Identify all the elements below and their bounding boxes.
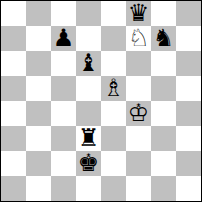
square-a5[interactable] (1, 76, 26, 101)
black-queen-piece: ♛ (128, 1, 150, 25)
square-g3[interactable] (151, 126, 176, 151)
square-c1[interactable] (51, 176, 76, 201)
square-c2[interactable] (51, 151, 76, 176)
square-e8[interactable] (101, 1, 126, 26)
square-f4[interactable]: ♔ (126, 101, 151, 126)
square-d7[interactable] (76, 26, 101, 51)
square-c3[interactable] (51, 126, 76, 151)
square-a1[interactable] (1, 176, 26, 201)
square-g4[interactable] (151, 101, 176, 126)
square-e6[interactable] (101, 51, 126, 76)
square-f8[interactable]: ♛ (126, 1, 151, 26)
square-h8[interactable] (176, 1, 201, 26)
square-e4[interactable] (101, 101, 126, 126)
chess-diagram: ♛♟♘♞♝♗♔♜♚ (0, 0, 202, 202)
square-h1[interactable] (176, 176, 201, 201)
square-e2[interactable] (101, 151, 126, 176)
square-e5[interactable]: ♗ (101, 76, 126, 101)
white-bishop-piece: ♗ (103, 76, 125, 100)
square-b2[interactable] (26, 151, 51, 176)
square-a4[interactable] (1, 101, 26, 126)
square-h3[interactable] (176, 126, 201, 151)
square-h6[interactable] (176, 51, 201, 76)
square-a6[interactable] (1, 51, 26, 76)
square-b4[interactable] (26, 101, 51, 126)
black-rook-piece: ♜ (78, 126, 100, 150)
square-b7[interactable] (26, 26, 51, 51)
square-d2[interactable]: ♚ (76, 151, 101, 176)
black-pawn-piece: ♟ (53, 26, 75, 50)
square-d5[interactable] (76, 76, 101, 101)
square-d6[interactable]: ♝ (76, 51, 101, 76)
square-c8[interactable] (51, 1, 76, 26)
square-h2[interactable] (176, 151, 201, 176)
square-d4[interactable] (76, 101, 101, 126)
square-e7[interactable] (101, 26, 126, 51)
square-b3[interactable] (26, 126, 51, 151)
square-b8[interactable] (26, 1, 51, 26)
square-e1[interactable] (101, 176, 126, 201)
square-c7[interactable]: ♟ (51, 26, 76, 51)
black-bishop-piece: ♝ (78, 51, 100, 75)
white-king-piece: ♔ (128, 101, 150, 125)
square-d3[interactable]: ♜ (76, 126, 101, 151)
square-g5[interactable] (151, 76, 176, 101)
square-a2[interactable] (1, 151, 26, 176)
square-c6[interactable] (51, 51, 76, 76)
square-h7[interactable] (176, 26, 201, 51)
square-a8[interactable] (1, 1, 26, 26)
square-c5[interactable] (51, 76, 76, 101)
square-h5[interactable] (176, 76, 201, 101)
square-b6[interactable] (26, 51, 51, 76)
square-f1[interactable] (126, 176, 151, 201)
square-g7[interactable]: ♞ (151, 26, 176, 51)
square-f3[interactable] (126, 126, 151, 151)
square-a3[interactable] (1, 126, 26, 151)
square-f2[interactable] (126, 151, 151, 176)
square-b5[interactable] (26, 76, 51, 101)
white-knight-piece: ♘ (128, 26, 150, 50)
black-king-piece: ♚ (78, 151, 100, 175)
square-g1[interactable] (151, 176, 176, 201)
square-b1[interactable] (26, 176, 51, 201)
square-d1[interactable] (76, 176, 101, 201)
square-h4[interactable] (176, 101, 201, 126)
square-g6[interactable] (151, 51, 176, 76)
square-f5[interactable] (126, 76, 151, 101)
black-knight-piece: ♞ (153, 26, 175, 50)
square-f6[interactable] (126, 51, 151, 76)
square-a7[interactable] (1, 26, 26, 51)
square-f7[interactable]: ♘ (126, 26, 151, 51)
square-e3[interactable] (101, 126, 126, 151)
square-g8[interactable] (151, 1, 176, 26)
chess-board: ♛♟♘♞♝♗♔♜♚ (0, 0, 202, 202)
square-d8[interactable] (76, 1, 101, 26)
square-c4[interactable] (51, 101, 76, 126)
square-g2[interactable] (151, 151, 176, 176)
